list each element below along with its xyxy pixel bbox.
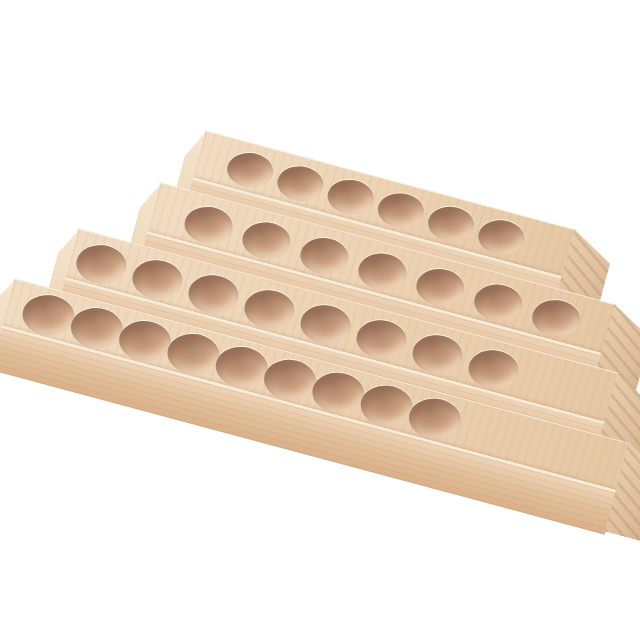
bottle-hole — [473, 283, 524, 323]
bottle-hole — [359, 384, 414, 428]
bottle-hole — [411, 333, 464, 375]
bottle-hole — [376, 191, 425, 229]
bottle-hole — [531, 298, 582, 338]
bottle-hole — [117, 319, 172, 363]
bottle-hole — [299, 236, 350, 276]
wooden-tiered-rack — [0, 0, 640, 640]
bottle-hole — [262, 358, 317, 402]
bottle-hole — [183, 205, 234, 245]
bottle-hole — [166, 332, 221, 376]
bottle-hole — [131, 258, 184, 300]
bottle-hole — [326, 178, 375, 216]
bottle-hole — [226, 151, 275, 189]
bottle-hole — [241, 221, 292, 261]
bottle-hole — [21, 293, 76, 337]
bottle-hole — [187, 273, 240, 315]
bottle-hole — [299, 303, 352, 345]
photo-canvas — [0, 0, 640, 640]
bottle-hole — [427, 205, 476, 243]
bottle-hole — [407, 397, 462, 441]
bottle-hole — [311, 371, 366, 415]
bottle-hole — [75, 243, 128, 285]
bottle-hole — [69, 306, 124, 350]
bottle-hole — [355, 318, 408, 360]
bottle-hole — [415, 267, 466, 307]
bottle-hole — [243, 288, 296, 330]
bottle-hole — [276, 165, 325, 203]
bottle-hole — [214, 345, 269, 389]
bottle-hole — [357, 252, 408, 292]
bottle-hole — [477, 218, 526, 256]
bottle-hole — [467, 348, 520, 390]
